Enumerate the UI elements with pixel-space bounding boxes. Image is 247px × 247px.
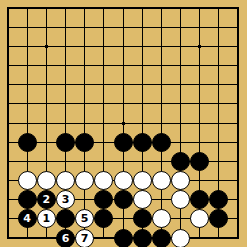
move-number-label: 6	[62, 233, 70, 244]
black-stone	[18, 190, 37, 209]
go-board: 2341567	[0, 0, 247, 247]
move-2-stone: 2	[37, 190, 56, 209]
white-stone	[56, 171, 75, 190]
star-point	[198, 45, 201, 48]
board-grid-lines	[0, 0, 247, 247]
black-stone	[133, 229, 152, 247]
black-stone	[114, 190, 133, 209]
black-stone	[171, 152, 190, 171]
white-stone	[171, 229, 190, 247]
move-7-stone: 7	[75, 229, 94, 247]
black-stone	[75, 133, 94, 152]
white-stone	[152, 171, 171, 190]
black-stone	[152, 133, 171, 152]
black-stone	[56, 133, 75, 152]
move-number-label: 2	[43, 194, 51, 205]
move-number-label: 3	[62, 194, 70, 205]
white-stone	[18, 171, 37, 190]
move-number-label: 1	[43, 213, 51, 224]
black-stone	[190, 152, 209, 171]
move-4-stone: 4	[18, 209, 37, 228]
white-stone	[171, 171, 190, 190]
black-stone	[18, 133, 37, 152]
white-stone	[114, 171, 133, 190]
move-number-label: 5	[81, 213, 89, 224]
star-point	[122, 122, 125, 125]
white-stone	[133, 171, 152, 190]
white-stone	[37, 171, 56, 190]
black-stone	[133, 133, 152, 152]
black-stone	[114, 133, 133, 152]
move-number-label: 4	[23, 213, 31, 224]
move-6-stone: 6	[56, 229, 75, 247]
move-number-label: 7	[81, 233, 89, 244]
star-point	[45, 45, 48, 48]
black-stone	[114, 229, 133, 247]
black-stone	[133, 209, 152, 228]
white-stone	[133, 190, 152, 209]
black-stone	[152, 229, 171, 247]
